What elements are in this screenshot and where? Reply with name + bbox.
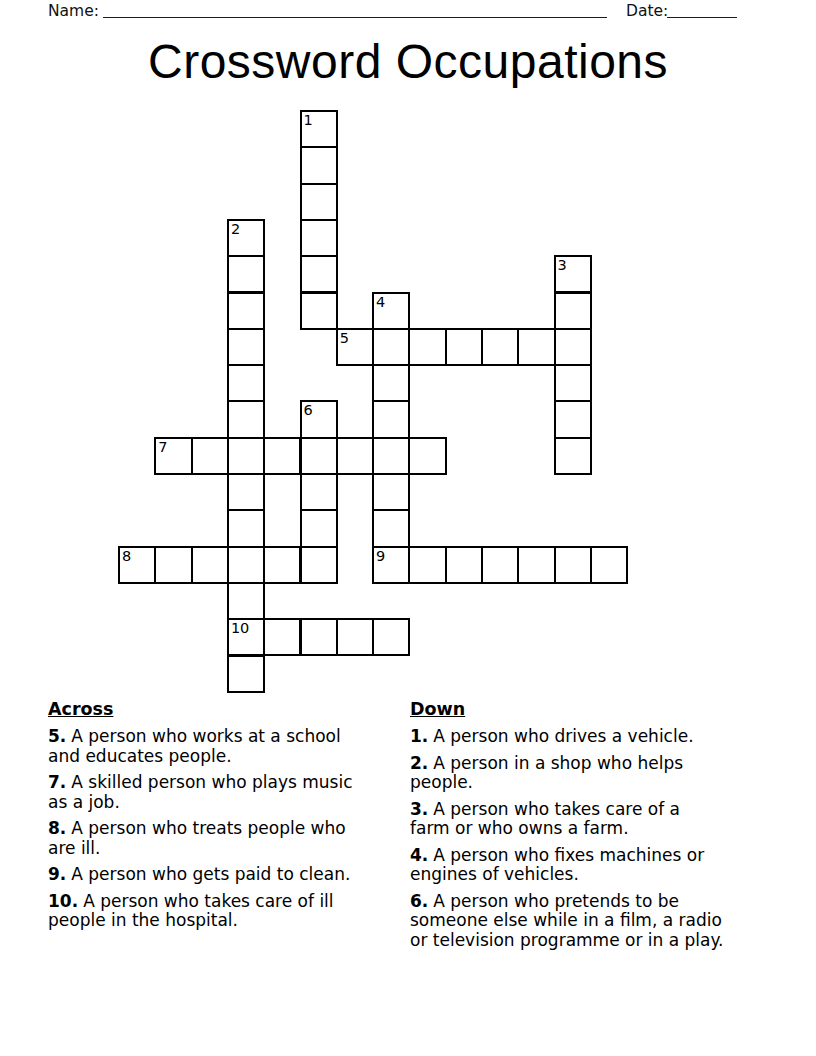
clue-down-1-number: 1. (410, 726, 428, 746)
grid-cell-r14c7 (372, 618, 410, 656)
clue-down-4-number: 4. (410, 845, 428, 865)
cell-number-7: 7 (158, 439, 167, 455)
grid-cell-r7c7 (372, 364, 410, 402)
cell-number-2: 2 (231, 221, 240, 237)
cell-number-3: 3 (558, 257, 567, 273)
grid-cell-r6c10 (481, 328, 519, 366)
grid-cell-r6c12 (554, 328, 592, 366)
clue-down-2-number: 2. (410, 753, 428, 773)
clue-across-8: 8.A person who treats people who are ill… (48, 819, 396, 858)
clue-across-5-text: A person who works at a school and educa… (48, 726, 341, 766)
grid-cell-r9c6 (336, 437, 374, 475)
clue-down-4-text: A person who fixes machines or engines o… (410, 845, 704, 885)
grid-cell-r8c3 (227, 400, 265, 438)
grid-cell-r12c9 (445, 546, 483, 584)
clue-across-9-number: 9. (48, 864, 66, 884)
grid-cell-r2c5 (300, 183, 338, 221)
grid-cell-r9c8 (408, 437, 446, 475)
grid-cell-r7c12 (554, 364, 592, 402)
across-heading: Across (48, 700, 396, 720)
grid-cell-r12c5 (300, 546, 338, 584)
crossword-grid: 12345678910 (118, 110, 629, 693)
clue-across-7: 7.A skilled person who plays music as a … (48, 773, 396, 812)
grid-cell-r12c8 (408, 546, 446, 584)
grid-cell-r4c12: 3 (554, 255, 592, 293)
header: Name: Date: (0, 2, 816, 24)
grid-cell-r9c12 (554, 437, 592, 475)
clue-across-10-number: 10. (48, 891, 78, 911)
grid-cell-r1c5 (300, 146, 338, 184)
grid-cell-r9c2 (191, 437, 229, 475)
grid-cell-r8c7 (372, 400, 410, 438)
grid-cell-r8c12 (554, 400, 592, 438)
grid-cell-r8c5: 6 (300, 400, 338, 438)
grid-cell-r9c5 (300, 437, 338, 475)
clue-down-6-number: 6. (410, 891, 428, 911)
grid-cell-r9c3 (227, 437, 265, 475)
cell-number-4: 4 (376, 294, 385, 310)
grid-cell-r5c5 (300, 292, 338, 330)
cell-number-1: 1 (304, 112, 313, 128)
grid-cell-r10c7 (372, 473, 410, 511)
grid-cell-r14c4 (263, 618, 301, 656)
grid-cell-r11c5 (300, 509, 338, 547)
grid-cell-r5c7: 4 (372, 292, 410, 330)
down-heading: Down (410, 700, 788, 720)
grid-cell-r14c5 (300, 618, 338, 656)
clue-down-4: 4.A person who fixes machines or engines… (410, 846, 788, 885)
clue-down-2-text: A person in a shop who helps people. (410, 753, 683, 793)
clue-across-10: 10.A person who takes care of ill people… (48, 892, 396, 931)
date-fill-line (667, 2, 737, 18)
grid-cell-r3c3: 2 (227, 219, 265, 257)
clue-across-10-text: A person who takes care of ill people in… (48, 891, 334, 931)
grid-cell-r6c3 (227, 328, 265, 366)
cell-number-10: 10 (231, 620, 249, 636)
grid-cell-r9c7 (372, 437, 410, 475)
clue-down-6: 6.A person who pretends to be someone el… (410, 892, 788, 951)
grid-cell-r15c3 (227, 655, 265, 693)
grid-cell-r5c3 (227, 292, 265, 330)
across-clues-section: Across 5.A person who works at a school … (48, 700, 396, 931)
name-fill-line (103, 2, 607, 18)
clue-down-1-text: A person who drives a vehicle. (433, 726, 693, 746)
grid-cell-r7c3 (227, 364, 265, 402)
grid-cell-r14c3: 10 (227, 618, 265, 656)
grid-cell-r12c0: 8 (118, 546, 156, 584)
grid-cell-r6c7 (372, 328, 410, 366)
name-label: Name: (48, 2, 99, 20)
grid-cell-r4c3 (227, 255, 265, 293)
page-title: Crossword Occupations (0, 34, 816, 89)
clue-down-6-text: A person who pretends to be someone else… (410, 891, 724, 950)
grid-cell-r6c9 (445, 328, 483, 366)
clue-down-1: 1.A person who drives a vehicle. (410, 727, 788, 747)
grid-cell-r12c10 (481, 546, 519, 584)
grid-cell-r6c8 (408, 328, 446, 366)
grid-cell-r12c11 (517, 546, 555, 584)
clue-across-8-text: A person who treats people who are ill. (48, 818, 346, 858)
grid-cell-r6c6: 5 (336, 328, 374, 366)
grid-cell-r12c1 (154, 546, 192, 584)
grid-cell-r11c7 (372, 509, 410, 547)
down-clues-section: Down 1.A person who drives a vehicle. 2.… (410, 700, 788, 950)
grid-cell-r12c4 (263, 546, 301, 584)
date-label: Date: (626, 2, 668, 20)
clue-down-3: 3.A person who takes care of a farm or w… (410, 800, 788, 839)
cell-number-9: 9 (376, 548, 385, 564)
cell-number-6: 6 (304, 402, 313, 418)
grid-cell-r11c3 (227, 509, 265, 547)
worksheet-page: Name: Date: Crossword Occupations 123456… (0, 0, 816, 1056)
grid-cell-r12c3 (227, 546, 265, 584)
clue-down-3-number: 3. (410, 799, 428, 819)
clue-across-5: 5.A person who works at a school and edu… (48, 727, 396, 766)
clue-down-2: 2.A person in a shop who helps people. (410, 754, 788, 793)
grid-cell-r12c13 (590, 546, 628, 584)
grid-cell-r13c3 (227, 582, 265, 620)
grid-cell-r12c7: 9 (372, 546, 410, 584)
clue-across-8-number: 8. (48, 818, 66, 838)
grid-cell-r10c3 (227, 473, 265, 511)
clue-across-7-text: A skilled person who plays music as a jo… (48, 772, 353, 812)
clue-across-9-text: A person who gets paid to clean. (71, 864, 350, 884)
grid-cell-r10c5 (300, 473, 338, 511)
grid-cell-r14c6 (336, 618, 374, 656)
cell-number-5: 5 (340, 330, 349, 346)
grid-cell-r5c12 (554, 292, 592, 330)
clue-down-3-text: A person who takes care of a farm or who… (410, 799, 680, 839)
grid-cell-r9c4 (263, 437, 301, 475)
grid-cell-r12c12 (554, 546, 592, 584)
grid-cell-r12c2 (191, 546, 229, 584)
grid-cell-r9c1: 7 (154, 437, 192, 475)
grid-cell-r6c11 (517, 328, 555, 366)
clue-across-5-number: 5. (48, 726, 66, 746)
clue-across-9: 9.A person who gets paid to clean. (48, 865, 396, 885)
grid-cell-r4c5 (300, 255, 338, 293)
grid-cell-r3c5 (300, 219, 338, 257)
cell-number-8: 8 (122, 548, 131, 564)
grid-cell-r0c5: 1 (300, 110, 338, 148)
clue-across-7-number: 7. (48, 772, 66, 792)
